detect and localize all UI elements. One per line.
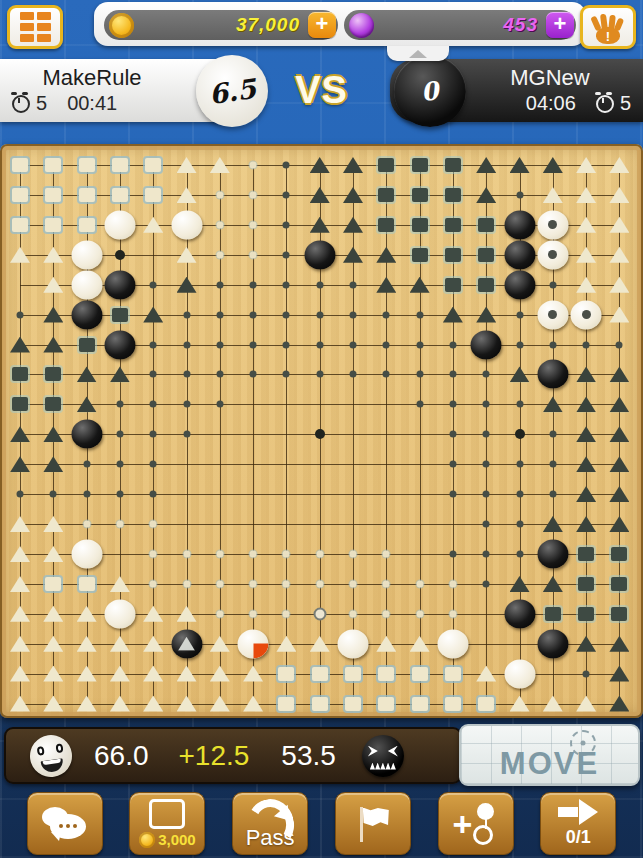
black-influence-dot[interactable] xyxy=(549,431,556,438)
black-territory-square[interactable] xyxy=(112,308,128,322)
black-influence-dot[interactable] xyxy=(416,371,423,378)
top-bar: 37,000 + 453 + ! xyxy=(0,0,643,58)
black-influence-dot[interactable] xyxy=(116,401,123,408)
white-influence-dot[interactable] xyxy=(449,580,456,587)
white-influence-dot[interactable] xyxy=(350,551,357,558)
black-angry-face-icon xyxy=(362,735,404,777)
black-influence-dot[interactable] xyxy=(416,401,423,408)
black-territory-square[interactable] xyxy=(445,188,461,202)
alarm-clock-icon xyxy=(596,95,614,113)
grid-line xyxy=(386,165,387,704)
black-territory-square[interactable] xyxy=(445,158,461,172)
calculator-icon xyxy=(149,799,185,829)
white-komi-stone: 6.5 xyxy=(196,55,268,127)
gem-amount: 453 xyxy=(374,14,546,36)
black-influence-dot[interactable] xyxy=(316,311,323,318)
white-territory-square[interactable] xyxy=(445,697,461,711)
black-territory-square[interactable] xyxy=(578,547,594,561)
star-point-dot[interactable] xyxy=(115,250,125,260)
black-influence-dot[interactable] xyxy=(316,371,323,378)
add-stone-icon: + xyxy=(453,803,499,845)
menu-grid-icon xyxy=(20,12,51,42)
score-estimate-button[interactable]: 3,000 xyxy=(129,792,205,855)
add-gems-button[interactable]: + xyxy=(546,12,574,38)
white-influence-dot[interactable] xyxy=(150,580,157,587)
white-territory-square[interactable] xyxy=(12,188,28,202)
white-territory-square[interactable] xyxy=(45,218,61,232)
white-territory-square[interactable] xyxy=(145,158,161,172)
white-influence-dot[interactable] xyxy=(250,610,257,617)
white-territory-square[interactable] xyxy=(412,667,428,681)
white-influence-dot[interactable] xyxy=(283,551,290,558)
white-stone-dead[interactable] xyxy=(537,210,568,239)
white-flag-icon xyxy=(356,805,390,843)
black-stone[interactable] xyxy=(504,270,535,299)
black-stone[interactable] xyxy=(471,330,502,359)
coin-icon xyxy=(139,832,155,848)
white-influence-dot[interactable] xyxy=(250,551,257,558)
white-influence-dot[interactable] xyxy=(116,521,123,528)
black-territory-square[interactable] xyxy=(378,188,394,202)
white-territory-square[interactable] xyxy=(145,188,161,202)
white-influence-dot[interactable] xyxy=(150,551,157,558)
black-influence-dot[interactable] xyxy=(150,371,157,378)
white-influence-dot[interactable] xyxy=(216,221,223,228)
black-territory-square[interactable] xyxy=(611,607,627,621)
black-influence-dot[interactable] xyxy=(50,491,57,498)
black-influence-dot[interactable] xyxy=(549,341,556,348)
black-influence-dot[interactable] xyxy=(350,341,357,348)
black-stone-dead[interactable] xyxy=(171,629,202,658)
black-influence-dot[interactable] xyxy=(516,551,523,558)
black-influence-dot[interactable] xyxy=(549,491,556,498)
white-territory-square[interactable] xyxy=(278,697,294,711)
komi-value: 6.5 xyxy=(207,72,258,109)
estimate-cost: 3,000 xyxy=(139,831,196,848)
black-influence-dot[interactable] xyxy=(549,281,556,288)
black-influence-dot[interactable] xyxy=(616,341,623,348)
black-influence-dot[interactable] xyxy=(283,371,290,378)
star-point-dot[interactable] xyxy=(515,429,525,439)
white-territory-square[interactable] xyxy=(12,218,28,232)
coin-icon xyxy=(109,13,134,38)
black-territory-square[interactable] xyxy=(478,248,494,262)
white-stone[interactable] xyxy=(437,629,468,658)
black-influence-dot[interactable] xyxy=(116,461,123,468)
white-territory-square[interactable] xyxy=(79,188,95,202)
white-territory-square[interactable] xyxy=(378,667,394,681)
black-influence-dot[interactable] xyxy=(416,341,423,348)
black-influence-dot[interactable] xyxy=(283,162,290,169)
white-influence-dot[interactable] xyxy=(383,551,390,558)
black-influence-dot[interactable] xyxy=(483,521,490,528)
score-estimate-bar: 66.0 +12.5 53.5 xyxy=(4,727,462,784)
white-territory-square[interactable] xyxy=(79,158,95,172)
black-territory-square[interactable] xyxy=(478,218,494,232)
move-counter: 0/1 xyxy=(566,827,591,848)
black-stone[interactable] xyxy=(104,330,135,359)
white-territory-square[interactable] xyxy=(478,697,494,711)
black-influence-dot[interactable] xyxy=(216,311,223,318)
black-influence-dot[interactable] xyxy=(250,341,257,348)
white-territory-square[interactable] xyxy=(45,158,61,172)
grid-line xyxy=(20,464,619,465)
white-territory-square[interactable] xyxy=(312,667,328,681)
black-influence-dot[interactable] xyxy=(83,461,90,468)
matchup-bar: MakeRule 5 00:41 6.5 VS 0 MGNew 04:06 5 xyxy=(0,57,643,127)
black-territory-square[interactable] xyxy=(45,367,61,381)
white-influence-dot[interactable] xyxy=(216,610,223,617)
add-stone-button[interactable]: + xyxy=(438,792,514,855)
black-stone[interactable] xyxy=(504,240,535,269)
white-influence-dot[interactable] xyxy=(216,580,223,587)
black-influence-dot[interactable] xyxy=(183,431,190,438)
white-territory-square[interactable] xyxy=(112,158,128,172)
black-byoyomi-count: 5 xyxy=(620,92,631,115)
chat-bubbles-icon xyxy=(42,807,88,841)
white-stone[interactable] xyxy=(171,210,202,239)
grid-line xyxy=(420,165,421,704)
white-territory-square[interactable] xyxy=(12,158,28,172)
white-territory-square[interactable] xyxy=(412,697,428,711)
black-influence-dot[interactable] xyxy=(116,431,123,438)
black-influence-dot[interactable] xyxy=(583,341,590,348)
black-time: 04:06 xyxy=(526,92,576,115)
black-capture-stone: 0 xyxy=(394,55,466,127)
black-influence-dot[interactable] xyxy=(516,311,523,318)
black-influence-dot[interactable] xyxy=(316,341,323,348)
black-territory-square[interactable] xyxy=(478,278,494,292)
black-stone[interactable] xyxy=(504,599,535,628)
white-time: 00:41 xyxy=(67,92,117,115)
bottom-toolbar: 3,000 Pass + 0/1 xyxy=(0,792,643,856)
alarm-clock-icon xyxy=(12,95,30,113)
black-influence-dot[interactable] xyxy=(516,341,523,348)
black-influence-dot[interactable] xyxy=(549,461,556,468)
black-stone[interactable] xyxy=(71,300,102,329)
grid-line xyxy=(353,165,354,704)
black-influence-dot[interactable] xyxy=(183,341,190,348)
vs-label: VS xyxy=(295,69,348,112)
black-influence-dot[interactable] xyxy=(383,341,390,348)
black-territory-square[interactable] xyxy=(12,367,28,381)
white-influence-dot[interactable] xyxy=(350,610,357,617)
black-influence-dot[interactable] xyxy=(183,371,190,378)
black-influence-dot[interactable] xyxy=(250,371,257,378)
black-territory-square[interactable] xyxy=(445,278,461,292)
white-influence-dot[interactable] xyxy=(216,251,223,258)
black-influence-dot[interactable] xyxy=(283,341,290,348)
panel-collapse-tab[interactable] xyxy=(387,46,449,61)
black-influence-dot[interactable] xyxy=(416,311,423,318)
black-stone[interactable] xyxy=(537,629,568,658)
black-influence-dot[interactable] xyxy=(383,371,390,378)
black-stone[interactable] xyxy=(504,210,535,239)
white-player-panel: MakeRule 5 00:41 6.5 xyxy=(0,59,256,122)
black-stone[interactable] xyxy=(104,270,135,299)
resign-button[interactable] xyxy=(335,792,411,855)
white-influence-dot[interactable] xyxy=(283,580,290,587)
white-influence-dot[interactable] xyxy=(350,580,357,587)
black-influence-dot[interactable] xyxy=(150,461,157,468)
menu-button[interactable] xyxy=(7,5,63,49)
black-influence-dot[interactable] xyxy=(483,580,490,587)
black-influence-dot[interactable] xyxy=(150,401,157,408)
black-influence-dot[interactable] xyxy=(516,401,523,408)
white-timer: 5 00:41 xyxy=(12,92,117,115)
black-influence-dot[interactable] xyxy=(449,551,456,558)
star-point-dot[interactable] xyxy=(315,429,325,439)
black-territory-square[interactable] xyxy=(412,158,428,172)
white-territory-square[interactable] xyxy=(312,697,328,711)
white-influence-dot[interactable] xyxy=(316,551,323,558)
white-influence-dot[interactable] xyxy=(316,580,323,587)
black-influence-dot[interactable] xyxy=(483,371,490,378)
white-influence-dot[interactable] xyxy=(416,610,423,617)
white-stone-dead[interactable] xyxy=(571,300,602,329)
white-stone[interactable] xyxy=(104,210,135,239)
black-player-panel: 0 MGNew 04:06 5 xyxy=(390,59,643,122)
white-stone-last-move[interactable] xyxy=(238,629,269,658)
white-influence-dot[interactable] xyxy=(250,191,257,198)
white-influence-dot[interactable] xyxy=(250,162,257,169)
black-influence-dot[interactable] xyxy=(350,311,357,318)
white-score: 66.0 xyxy=(94,740,149,772)
forward-move-button[interactable]: 0/1 xyxy=(540,792,616,855)
black-influence-dot[interactable] xyxy=(250,281,257,288)
black-influence-dot[interactable] xyxy=(483,461,490,468)
white-stone-dead[interactable] xyxy=(537,240,568,269)
add-coins-button[interactable]: + xyxy=(308,12,336,38)
black-influence-dot[interactable] xyxy=(483,401,490,408)
white-stone[interactable] xyxy=(104,599,135,628)
black-influence-dot[interactable] xyxy=(283,251,290,258)
black-territory-square[interactable] xyxy=(45,397,61,411)
black-influence-dot[interactable] xyxy=(516,461,523,468)
white-stone[interactable] xyxy=(71,240,102,269)
black-influence-dot[interactable] xyxy=(216,371,223,378)
circle-mark[interactable] xyxy=(313,607,326,620)
white-influence-dot[interactable] xyxy=(83,521,90,528)
coin-pill: 37,000 + xyxy=(104,10,338,40)
black-influence-dot[interactable] xyxy=(483,551,490,558)
chat-button[interactable] xyxy=(27,792,103,855)
black-influence-dot[interactable] xyxy=(283,281,290,288)
white-influence-dot[interactable] xyxy=(250,580,257,587)
white-territory-square[interactable] xyxy=(378,697,394,711)
black-territory-square[interactable] xyxy=(79,338,95,352)
white-stone-dead[interactable] xyxy=(537,300,568,329)
white-stone[interactable] xyxy=(71,270,102,299)
white-territory-square[interactable] xyxy=(45,188,61,202)
forward-arrow-icon xyxy=(558,799,598,825)
black-influence-dot[interactable] xyxy=(350,281,357,288)
white-influence-dot[interactable] xyxy=(250,221,257,228)
black-territory-square[interactable] xyxy=(578,607,594,621)
collapse-arrow-icon xyxy=(409,50,427,58)
black-influence-dot[interactable] xyxy=(150,491,157,498)
black-influence-dot[interactable] xyxy=(250,311,257,318)
black-influence-dot[interactable] xyxy=(216,401,223,408)
black-influence-dot[interactable] xyxy=(283,311,290,318)
black-player-name: MGNew xyxy=(475,65,625,91)
black-territory-square[interactable] xyxy=(378,158,394,172)
black-influence-dot[interactable] xyxy=(116,491,123,498)
black-influence-dot[interactable] xyxy=(17,311,24,318)
white-stone[interactable] xyxy=(504,659,535,688)
black-influence-dot[interactable] xyxy=(449,431,456,438)
white-influence-dot[interactable] xyxy=(283,610,290,617)
white-happy-face-icon xyxy=(27,732,74,779)
black-influence-dot[interactable] xyxy=(83,491,90,498)
black-influence-dot[interactable] xyxy=(350,371,357,378)
move-button-label: MOVE xyxy=(461,746,638,782)
black-influence-dot[interactable] xyxy=(150,281,157,288)
black-territory-square[interactable] xyxy=(445,218,461,232)
black-stone[interactable] xyxy=(537,540,568,569)
white-influence-dot[interactable] xyxy=(383,580,390,587)
score-lead: +12.5 xyxy=(179,740,250,772)
black-influence-dot[interactable] xyxy=(449,491,456,498)
gem-pill: 453 + xyxy=(344,10,576,40)
black-influence-dot[interactable] xyxy=(316,281,323,288)
pass-arrow-icon xyxy=(246,797,294,827)
white-influence-dot[interactable] xyxy=(216,191,223,198)
black-territory-square[interactable] xyxy=(445,248,461,262)
currency-panel: 37,000 + 453 + xyxy=(94,2,586,46)
go-app-screen: 37,000 + 453 + ! MakeRule 5 xyxy=(0,0,643,858)
go-board[interactable] xyxy=(0,144,643,718)
white-influence-dot[interactable] xyxy=(416,580,423,587)
gem-icon xyxy=(349,13,374,38)
white-territory-square[interactable] xyxy=(79,218,95,232)
white-territory-square[interactable] xyxy=(445,667,461,681)
white-byoyomi-count: 5 xyxy=(36,92,47,115)
move-button[interactable]: MOVE xyxy=(459,724,640,786)
black-influence-dot[interactable] xyxy=(216,341,223,348)
black-influence-dot[interactable] xyxy=(516,491,523,498)
black-territory-square[interactable] xyxy=(412,248,428,262)
black-territory-square[interactable] xyxy=(611,577,627,591)
black-stone[interactable] xyxy=(71,420,102,449)
black-influence-dot[interactable] xyxy=(449,461,456,468)
coin-amount: 37,000 xyxy=(134,14,308,36)
black-captures: 0 xyxy=(419,75,440,106)
white-influence-dot[interactable] xyxy=(449,610,456,617)
black-influence-dot[interactable] xyxy=(483,431,490,438)
black-territory-square[interactable] xyxy=(12,397,28,411)
black-influence-dot[interactable] xyxy=(17,491,24,498)
white-territory-square[interactable] xyxy=(345,697,361,711)
white-influence-dot[interactable] xyxy=(250,251,257,258)
black-influence-dot[interactable] xyxy=(150,431,157,438)
black-stone[interactable] xyxy=(304,240,335,269)
black-timer: 04:06 5 xyxy=(526,92,631,115)
black-score: 53.5 xyxy=(281,740,336,772)
hand-button[interactable]: ! xyxy=(580,5,636,49)
white-influence-dot[interactable] xyxy=(216,551,223,558)
white-influence-dot[interactable] xyxy=(150,521,157,528)
black-territory-square[interactable] xyxy=(412,218,428,232)
white-territory-square[interactable] xyxy=(79,577,95,591)
black-influence-dot[interactable] xyxy=(516,521,523,528)
white-territory-square[interactable] xyxy=(112,188,128,202)
black-influence-dot[interactable] xyxy=(383,311,390,318)
white-stone[interactable] xyxy=(338,629,369,658)
black-territory-square[interactable] xyxy=(611,547,627,561)
black-influence-dot[interactable] xyxy=(516,191,523,198)
white-influence-dot[interactable] xyxy=(183,551,190,558)
black-stone[interactable] xyxy=(537,360,568,389)
black-territory-square[interactable] xyxy=(578,577,594,591)
white-territory-square[interactable] xyxy=(278,667,294,681)
black-influence-dot[interactable] xyxy=(449,341,456,348)
black-influence-dot[interactable] xyxy=(583,670,590,677)
black-influence-dot[interactable] xyxy=(449,401,456,408)
white-player-name: MakeRule xyxy=(22,65,162,91)
white-territory-square[interactable] xyxy=(345,667,361,681)
hand-icon: ! xyxy=(591,10,625,44)
black-territory-square[interactable] xyxy=(545,607,561,621)
grid-line xyxy=(20,524,619,525)
black-influence-dot[interactable] xyxy=(283,221,290,228)
black-influence-dot[interactable] xyxy=(150,341,157,348)
pass-button[interactable]: Pass xyxy=(232,792,308,855)
white-stone[interactable] xyxy=(71,540,102,569)
white-influence-dot[interactable] xyxy=(383,610,390,617)
black-territory-square[interactable] xyxy=(412,188,428,202)
black-influence-dot[interactable] xyxy=(449,371,456,378)
grid-line xyxy=(20,494,619,495)
black-influence-dot[interactable] xyxy=(216,281,223,288)
white-territory-square[interactable] xyxy=(45,577,61,591)
black-territory-square[interactable] xyxy=(378,218,394,232)
black-influence-dot[interactable] xyxy=(183,401,190,408)
black-influence-dot[interactable] xyxy=(283,191,290,198)
black-influence-dot[interactable] xyxy=(483,491,490,498)
black-influence-dot[interactable] xyxy=(183,311,190,318)
white-influence-dot[interactable] xyxy=(183,580,190,587)
